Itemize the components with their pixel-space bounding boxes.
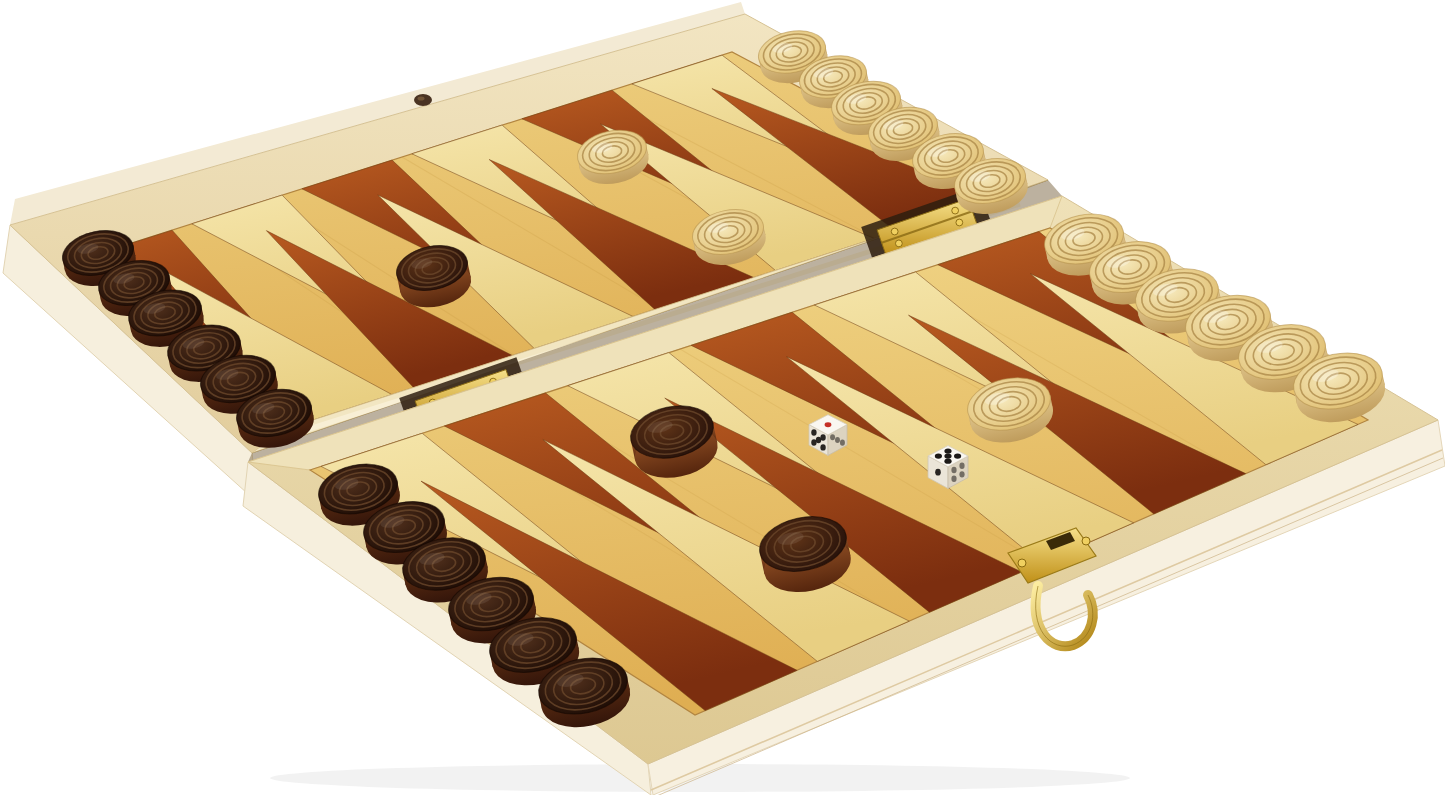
backgammon-board [0,0,1445,795]
latch-knob [414,94,432,106]
product-photo [0,0,1445,795]
board-scene [3,2,1445,795]
